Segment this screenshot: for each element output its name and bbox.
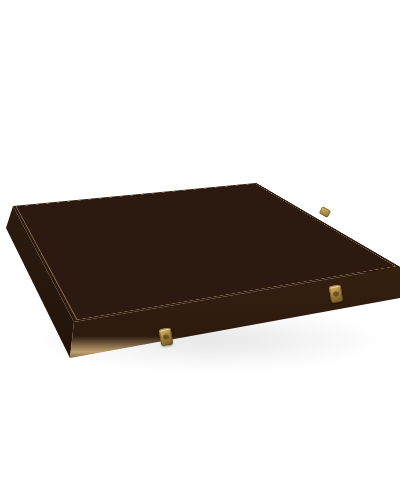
front-clasp-left[interactable] (159, 328, 174, 347)
product-photo-scene (0, 0, 400, 498)
side-hinge-icon (319, 206, 332, 218)
front-clasp-right[interactable] (329, 285, 344, 304)
